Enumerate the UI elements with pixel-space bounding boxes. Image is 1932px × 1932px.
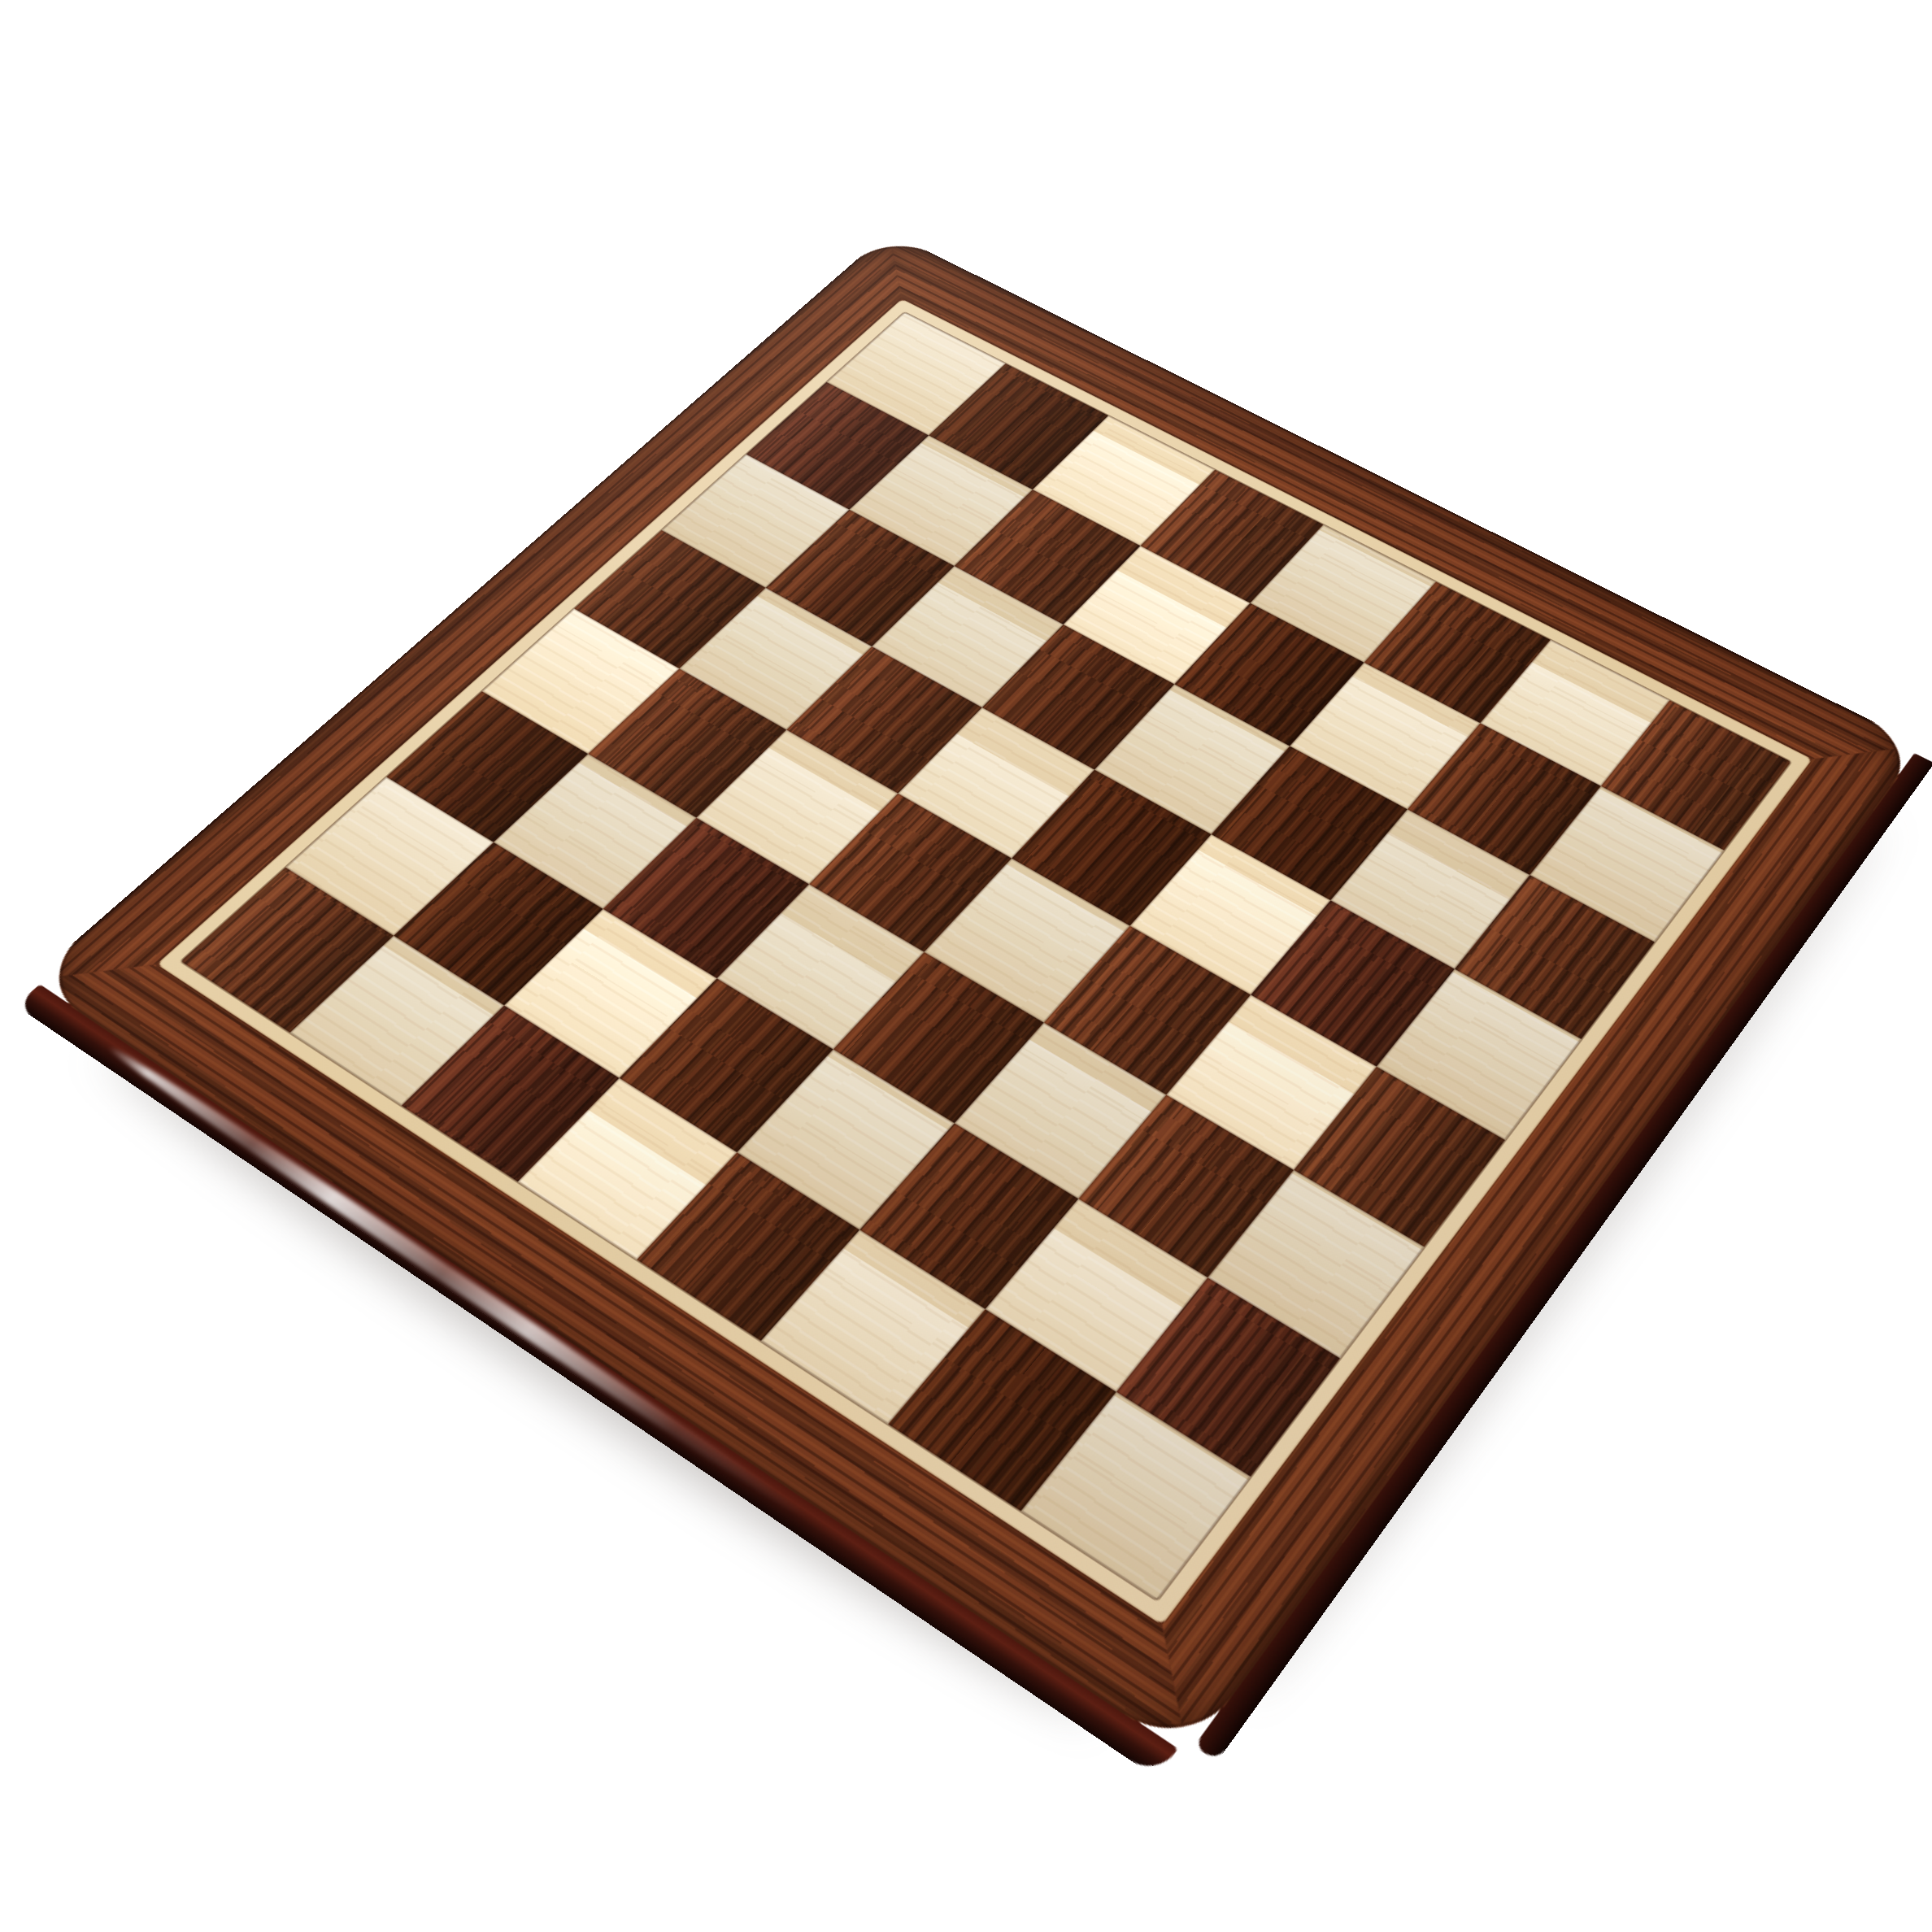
chess-board: [31, 232, 1921, 1757]
scene: [0, 0, 1932, 1932]
board-face: [31, 232, 1921, 1757]
playing-field: [181, 312, 1791, 1600]
